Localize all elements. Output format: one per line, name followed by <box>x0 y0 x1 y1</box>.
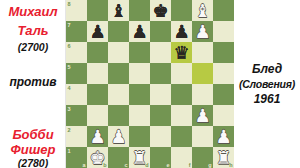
square-b1[interactable]: b♚ <box>87 147 108 168</box>
file-label-c: c <box>124 162 127 168</box>
square-e7[interactable] <box>150 21 171 42</box>
square-b7[interactable]: ♟ <box>87 21 108 42</box>
piece-white-pawn: ♟ <box>194 105 210 126</box>
square-e8[interactable]: ♚ <box>150 0 171 21</box>
screenshot-frame: Михаил Таль (2700) против Бобби Фишер (2… <box>0 0 300 168</box>
piece-black-king: ♚ <box>152 0 168 21</box>
square-b3[interactable] <box>87 105 108 126</box>
square-b8[interactable] <box>87 0 108 21</box>
square-b6[interactable] <box>87 42 108 63</box>
player-white-block: Бобби Фишер (2780) <box>0 128 66 168</box>
square-b5[interactable] <box>87 63 108 84</box>
square-a7[interactable]: 7 <box>66 21 87 42</box>
square-c6[interactable] <box>108 42 129 63</box>
file-label-e: e <box>166 162 169 168</box>
rank-label-6: 6 <box>68 43 71 49</box>
file-label-g: g <box>208 162 211 168</box>
left-panel: Михаил Таль (2700) против Бобби Фишер (2… <box>0 0 66 168</box>
square-a6[interactable]: 6 <box>66 42 87 63</box>
rank-label-1: 1 <box>68 148 71 154</box>
square-g3[interactable]: ♟ <box>192 105 213 126</box>
file-label-d: d <box>145 162 148 168</box>
square-h8[interactable] <box>213 0 234 21</box>
square-f2[interactable] <box>171 126 192 147</box>
rank-label-8: 8 <box>68 1 71 7</box>
square-a5[interactable]: 5 <box>66 63 87 84</box>
square-g2[interactable] <box>192 126 213 147</box>
square-h5[interactable] <box>213 63 234 84</box>
piece-black-bishop: ♝ <box>110 0 126 21</box>
rank-label-5: 5 <box>68 64 71 70</box>
event-block: Блед (Словения) 1961 <box>234 62 300 107</box>
piece-black-pawn: ♟ <box>131 21 147 42</box>
rank-label-7: 7 <box>68 22 71 28</box>
piece-black-pawn: ♟ <box>173 21 189 42</box>
piece-white-pawn: ♟ <box>215 126 231 147</box>
square-d3[interactable] <box>129 105 150 126</box>
square-e6[interactable] <box>150 42 171 63</box>
square-c8[interactable]: ♝ <box>108 0 129 21</box>
square-h6[interactable] <box>213 42 234 63</box>
player-black-last-name: Таль <box>0 21 66 40</box>
square-e2[interactable] <box>150 126 171 147</box>
square-a4[interactable]: 4 <box>66 84 87 105</box>
square-g1[interactable]: g <box>192 147 213 168</box>
square-g6[interactable] <box>192 42 213 63</box>
square-c5[interactable] <box>108 63 129 84</box>
piece-white-pawn: ♟ <box>89 126 105 147</box>
square-g7[interactable]: ♟ <box>192 21 213 42</box>
square-b4[interactable] <box>87 84 108 105</box>
square-f7[interactable]: ♟ <box>171 21 192 42</box>
piece-black-pawn: ♟ <box>89 21 105 42</box>
file-label-h: h <box>229 162 232 168</box>
square-h7[interactable] <box>213 21 234 42</box>
piece-white-pawn: ♟ <box>194 21 210 42</box>
file-label-f: f <box>189 162 191 168</box>
piece-white-king: ♚ <box>89 147 105 168</box>
square-c3[interactable] <box>108 105 129 126</box>
player-black-first-name: Михаил <box>0 2 66 21</box>
square-f5[interactable] <box>171 63 192 84</box>
player-white-last-name: Фишер <box>0 143 66 158</box>
square-e5[interactable] <box>150 63 171 84</box>
square-d8[interactable] <box>129 0 150 21</box>
square-h4[interactable] <box>213 84 234 105</box>
square-g8[interactable]: ♝ <box>192 0 213 21</box>
square-f4[interactable] <box>171 84 192 105</box>
player-white-rating: (2780) <box>0 157 66 168</box>
rank-label-3: 3 <box>68 106 71 112</box>
square-c1[interactable]: c <box>108 147 129 168</box>
square-c4[interactable] <box>108 84 129 105</box>
player-white-first-name: Бобби <box>0 128 66 143</box>
piece-white-rook: ♜ <box>131 147 147 168</box>
square-h3[interactable] <box>213 105 234 126</box>
square-d5[interactable] <box>129 63 150 84</box>
square-h2[interactable]: ♟ <box>213 126 234 147</box>
rank-label-4: 4 <box>68 85 71 91</box>
square-e3[interactable] <box>150 105 171 126</box>
rank-label-2: 2 <box>68 127 71 133</box>
square-f3[interactable] <box>171 105 192 126</box>
right-panel: Блед (Словения) 1961 <box>234 0 300 168</box>
square-h1[interactable]: h♜ <box>213 147 234 168</box>
square-a1[interactable]: 1a <box>66 147 87 168</box>
square-a2[interactable]: 2 <box>66 126 87 147</box>
square-c2[interactable]: ♟ <box>108 126 129 147</box>
file-label-a: a <box>82 162 85 168</box>
versus-label: против <box>0 75 66 89</box>
square-f8[interactable] <box>171 0 192 21</box>
square-d7[interactable]: ♟ <box>129 21 150 42</box>
square-g5[interactable] <box>192 63 213 84</box>
square-e4[interactable] <box>150 84 171 105</box>
square-a8[interactable]: 8 <box>66 0 87 21</box>
piece-white-pawn: ♟ <box>110 126 126 147</box>
player-black-rating: (2700) <box>0 40 66 55</box>
event-city: Блед <box>234 62 300 77</box>
piece-white-rook: ♜ <box>215 147 231 168</box>
piece-black-queen: ♛ <box>173 42 189 63</box>
square-b2[interactable]: ♟ <box>87 126 108 147</box>
player-black-block: Михаил Таль (2700) <box>0 2 66 55</box>
square-d6[interactable] <box>129 42 150 63</box>
square-d2[interactable] <box>129 126 150 147</box>
square-f1[interactable]: f <box>171 147 192 168</box>
piece-white-bishop: ♝ <box>194 0 210 21</box>
square-a3[interactable]: 3 <box>66 105 87 126</box>
file-label-b: b <box>103 162 106 168</box>
square-d1[interactable]: d♜ <box>129 147 150 168</box>
chess-board[interactable]: 8♝♚♝7♟♟♟♟6♛543♟2♟♟♟1ab♚cd♜efgh♜ <box>66 0 234 168</box>
event-year: 1961 <box>234 92 300 107</box>
square-e1[interactable]: e <box>150 147 171 168</box>
square-f6[interactable]: ♛ <box>171 42 192 63</box>
square-c7[interactable] <box>108 21 129 42</box>
square-d4[interactable] <box>129 84 150 105</box>
event-country: (Словения) <box>234 77 300 92</box>
square-g4[interactable] <box>192 84 213 105</box>
